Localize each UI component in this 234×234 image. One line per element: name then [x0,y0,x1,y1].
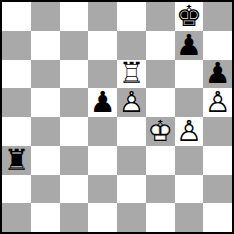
square-h5[interactable]: ♟♙ [203,88,232,117]
square-d2[interactable] [88,175,117,204]
white-king-outline: ♔ [146,117,175,146]
square-g2[interactable] [175,175,204,204]
square-d5[interactable]: ♟ [88,88,117,117]
square-g4[interactable]: ♟♙ [175,117,204,146]
white-pawn-outline: ♙ [117,88,146,117]
square-a8[interactable] [2,2,31,31]
square-d3[interactable] [88,146,117,175]
square-f1[interactable] [146,203,175,232]
square-b5[interactable] [31,88,60,117]
white-pawn-glyph: ♟ [175,117,204,146]
chess-board: ♚♟♜♖♟♟♟♙♟♙♚♔♟♙♜ [0,0,234,234]
square-d6[interactable] [88,60,117,89]
square-d7[interactable] [88,31,117,60]
square-c4[interactable] [60,117,89,146]
square-a1[interactable] [2,203,31,232]
square-d1[interactable] [88,203,117,232]
piece-white-pawn: ♟♙ [175,117,204,146]
black-king-glyph: ♚ [175,2,204,31]
square-a2[interactable] [2,175,31,204]
square-h3[interactable] [203,146,232,175]
square-d8[interactable] [88,2,117,31]
square-h2[interactable] [203,175,232,204]
square-c1[interactable] [60,203,89,232]
square-f6[interactable] [146,60,175,89]
square-d4[interactable] [88,117,117,146]
piece-black-pawn: ♟ [88,88,117,117]
square-g5[interactable] [175,88,204,117]
square-h4[interactable] [203,117,232,146]
square-b4[interactable] [31,117,60,146]
square-c5[interactable] [60,88,89,117]
piece-black-rook: ♜ [2,146,31,175]
square-c2[interactable] [60,175,89,204]
square-b1[interactable] [31,203,60,232]
square-f7[interactable] [146,31,175,60]
piece-white-pawn: ♟♙ [117,88,146,117]
square-b6[interactable] [31,60,60,89]
black-pawn-glyph: ♟ [88,88,117,117]
piece-black-pawn: ♟ [175,31,204,60]
square-g6[interactable] [175,60,204,89]
square-g8[interactable]: ♚ [175,2,204,31]
square-g1[interactable] [175,203,204,232]
square-e2[interactable] [117,175,146,204]
square-c6[interactable] [60,60,89,89]
white-rook-outline: ♖ [117,60,146,89]
white-pawn-glyph: ♟ [117,88,146,117]
square-g3[interactable] [175,146,204,175]
square-b7[interactable] [31,31,60,60]
square-f2[interactable] [146,175,175,204]
square-b2[interactable] [31,175,60,204]
square-e1[interactable] [117,203,146,232]
square-e3[interactable] [117,146,146,175]
square-f5[interactable] [146,88,175,117]
square-a6[interactable] [2,60,31,89]
square-a3[interactable]: ♜ [2,146,31,175]
square-f4[interactable]: ♚♔ [146,117,175,146]
white-rook-glyph: ♜ [117,60,146,89]
square-e7[interactable] [117,31,146,60]
square-e6[interactable]: ♜♖ [117,60,146,89]
piece-white-rook: ♜♖ [117,60,146,89]
square-h7[interactable] [203,31,232,60]
white-pawn-outline: ♙ [203,88,232,117]
black-pawn-glyph: ♟ [203,60,232,89]
square-c8[interactable] [60,2,89,31]
piece-white-king: ♚♔ [146,117,175,146]
white-pawn-glyph: ♟ [203,88,232,117]
square-c7[interactable] [60,31,89,60]
piece-black-pawn: ♟ [203,60,232,89]
square-f8[interactable] [146,2,175,31]
square-h6[interactable]: ♟ [203,60,232,89]
white-pawn-outline: ♙ [175,117,204,146]
square-h1[interactable] [203,203,232,232]
square-a5[interactable] [2,88,31,117]
square-g7[interactable]: ♟ [175,31,204,60]
square-b8[interactable] [31,2,60,31]
square-e5[interactable]: ♟♙ [117,88,146,117]
square-e8[interactable] [117,2,146,31]
black-rook-glyph: ♜ [2,146,31,175]
square-f3[interactable] [146,146,175,175]
square-a7[interactable] [2,31,31,60]
black-pawn-glyph: ♟ [175,31,204,60]
square-c3[interactable] [60,146,89,175]
square-e4[interactable] [117,117,146,146]
square-a4[interactable] [2,117,31,146]
white-king-glyph: ♚ [146,117,175,146]
piece-black-king: ♚ [175,2,204,31]
square-h8[interactable] [203,2,232,31]
square-b3[interactable] [31,146,60,175]
piece-white-pawn: ♟♙ [203,88,232,117]
